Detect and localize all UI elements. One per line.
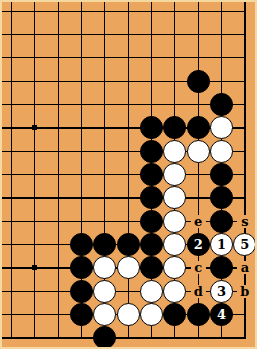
point-label-b: b — [237, 285, 252, 298]
point-label-e: e — [191, 215, 206, 228]
white-stone — [140, 303, 163, 326]
grid-line — [128, 0, 129, 339]
board-frame — [0, 0, 2, 349]
black-stone — [70, 303, 93, 326]
black-stone — [70, 280, 93, 303]
grid-line — [34, 0, 35, 339]
grid-line — [58, 0, 59, 339]
grid-line — [0, 57, 246, 58]
point-label-c: c — [191, 261, 206, 274]
grid-line — [0, 221, 246, 222]
grid-line — [0, 337, 246, 339]
point-label-s: s — [237, 215, 252, 228]
grid-line — [0, 11, 246, 12]
grid-line — [0, 197, 246, 198]
black-stone — [140, 163, 163, 186]
point-label-d: d — [191, 285, 206, 298]
numbered-stone-1: 1 — [210, 233, 233, 256]
white-stone — [93, 280, 116, 303]
point-label-a: a — [237, 261, 252, 274]
numbered-stone-2: 2 — [187, 233, 210, 256]
board-frame — [255, 0, 257, 349]
grid-line — [11, 0, 12, 339]
white-stone — [163, 210, 186, 233]
white-stone — [117, 303, 140, 326]
black-stone — [117, 233, 140, 256]
go-board: es215cad3b4 — [0, 0, 257, 349]
white-stone — [187, 140, 210, 163]
black-stone — [70, 233, 93, 256]
black-stone — [210, 163, 233, 186]
black-stone — [210, 210, 233, 233]
star-point — [32, 265, 37, 270]
black-stone — [140, 233, 163, 256]
numbered-stone-4: 4 — [210, 303, 233, 326]
black-stone — [187, 70, 210, 93]
grid-line — [0, 291, 246, 292]
grid-line — [0, 34, 246, 35]
white-stone — [163, 140, 186, 163]
black-stone — [187, 303, 210, 326]
black-stone — [140, 210, 163, 233]
star-point — [32, 125, 37, 130]
white-stone — [140, 280, 163, 303]
black-stone — [140, 140, 163, 163]
white-stone — [163, 280, 186, 303]
black-stone — [210, 93, 233, 116]
white-stone — [210, 140, 233, 163]
grid-line — [0, 174, 246, 175]
grid-line — [0, 104, 246, 105]
white-stone — [117, 256, 140, 279]
board-frame — [0, 0, 257, 2]
black-stone — [187, 116, 210, 139]
numbered-stone-3: 3 — [210, 280, 233, 303]
